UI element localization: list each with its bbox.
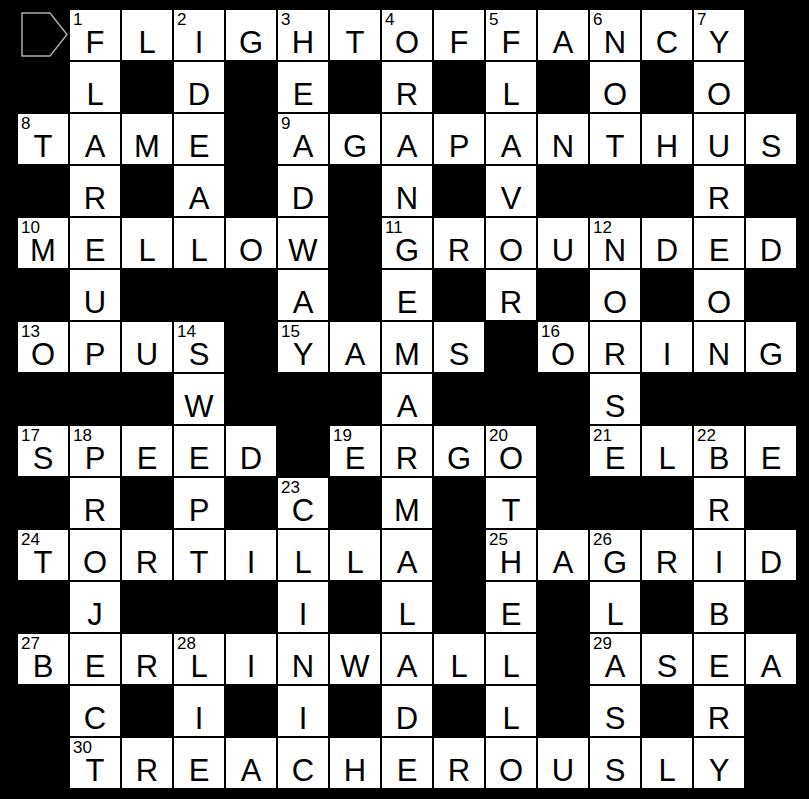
- cell-r10c5[interactable]: L: [278, 530, 328, 580]
- cell-letter: S: [642, 651, 692, 682]
- cell-r9c2: [122, 478, 172, 528]
- cell-letter: O: [694, 79, 744, 110]
- cell-r5c8: [434, 270, 484, 320]
- cell-letter: A: [226, 755, 276, 786]
- cell-letter: E: [694, 651, 744, 682]
- cell-r12c2[interactable]: R: [122, 634, 172, 684]
- cell-r0c10[interactable]: A: [538, 10, 588, 60]
- cell-r10c7[interactable]: A: [382, 530, 432, 580]
- cell-r6c12[interactable]: I: [642, 322, 692, 372]
- cell-r11c4: [226, 582, 276, 632]
- cell-letter: S: [746, 131, 796, 162]
- cell-r14c5[interactable]: C: [278, 738, 328, 788]
- cell-r1c7[interactable]: R: [382, 62, 432, 112]
- cell-letter: U: [538, 235, 588, 266]
- cell-letter: D: [382, 703, 432, 734]
- cell-r10c4[interactable]: I: [226, 530, 276, 580]
- cell-r10c14[interactable]: D: [746, 530, 796, 580]
- cell-letter: G: [226, 27, 276, 58]
- cell-letter: E: [486, 599, 536, 630]
- cell-r8c7[interactable]: R: [382, 426, 432, 476]
- cell-r10c12[interactable]: R: [642, 530, 692, 580]
- cell-letter: A: [590, 651, 640, 682]
- cell-r10c1[interactable]: O: [70, 530, 120, 580]
- cell-letter: R: [694, 703, 744, 734]
- cell-letter: N: [382, 183, 432, 214]
- cell-r9c9[interactable]: T: [486, 478, 536, 528]
- cell-r6c10[interactable]: 16O: [538, 322, 588, 372]
- clue-number-8: 8: [21, 115, 30, 132]
- cell-r14c12[interactable]: L: [642, 738, 692, 788]
- cell-r3c8: [434, 166, 484, 216]
- cell-r11c1[interactable]: J: [70, 582, 120, 632]
- cell-r11c2: [122, 582, 172, 632]
- cell-r14c7[interactable]: E: [382, 738, 432, 788]
- cell-r13c7[interactable]: D: [382, 686, 432, 736]
- cell-r10c0[interactable]: 24T: [18, 530, 68, 580]
- cell-r7c10: [538, 374, 588, 424]
- cell-letter: A: [70, 131, 120, 162]
- cell-r13c14: [746, 686, 796, 736]
- cell-r13c10: [538, 686, 588, 736]
- cell-letter: W: [278, 235, 328, 266]
- cell-r12c0[interactable]: 27B: [18, 634, 68, 684]
- cell-r5c9[interactable]: R: [486, 270, 536, 320]
- cell-r3c0: [18, 166, 68, 216]
- cell-r8c2[interactable]: E: [122, 426, 172, 476]
- cell-r8c10: [538, 426, 588, 476]
- cell-r4c12[interactable]: D: [642, 218, 692, 268]
- cell-r11c7[interactable]: L: [382, 582, 432, 632]
- cell-letter: U: [538, 755, 588, 786]
- cell-r7c9: [486, 374, 536, 424]
- cell-r4c10[interactable]: U: [538, 218, 588, 268]
- cell-r12c1[interactable]: E: [70, 634, 120, 684]
- cell-letter: S: [590, 703, 640, 734]
- cell-r1c1[interactable]: L: [70, 62, 120, 112]
- cell-letter: A: [330, 339, 380, 370]
- cell-letter: O: [486, 235, 536, 266]
- cell-r4c1[interactable]: E: [70, 218, 120, 268]
- cell-r13c9[interactable]: L: [486, 686, 536, 736]
- cell-r13c6: [330, 686, 380, 736]
- cell-letter: Y: [694, 27, 744, 58]
- cell-r5c14: [746, 270, 796, 320]
- cell-letter: T: [486, 495, 536, 526]
- cell-r10c2[interactable]: R: [122, 530, 172, 580]
- crossword-board: 1FL2IG3HT4OF5FA6NC7YLDERLOO8TAME9AGAPANT…: [0, 0, 809, 799]
- cell-r3c7[interactable]: N: [382, 166, 432, 216]
- cell-r8c3[interactable]: E: [174, 426, 224, 476]
- cell-letter: E: [746, 443, 796, 474]
- cell-r6c1[interactable]: P: [70, 322, 120, 372]
- cell-letter: R: [486, 287, 536, 318]
- cell-letter: D: [746, 235, 796, 266]
- cell-letter: A: [174, 183, 224, 214]
- cell-r2c0[interactable]: 8T: [18, 114, 68, 164]
- cell-letter: M: [382, 495, 432, 526]
- cell-letter: F: [70, 27, 120, 58]
- cell-r14c3[interactable]: E: [174, 738, 224, 788]
- cell-letter: R: [382, 79, 432, 110]
- cell-r2c1[interactable]: A: [70, 114, 120, 164]
- cell-r4c0[interactable]: 10M: [18, 218, 68, 268]
- cell-letter: V: [486, 183, 536, 214]
- cell-r2c5[interactable]: 9A: [278, 114, 328, 164]
- cell-r5c3: [174, 270, 224, 320]
- cell-letter: R: [382, 443, 432, 474]
- cell-r6c7[interactable]: M: [382, 322, 432, 372]
- cell-r14c0: [18, 738, 68, 788]
- cell-r13c5[interactable]: I: [278, 686, 328, 736]
- cell-letter: E: [694, 235, 744, 266]
- cell-letter: Y: [278, 339, 328, 370]
- cell-r0c5[interactable]: 3H: [278, 10, 328, 60]
- cell-r8c12[interactable]: L: [642, 426, 692, 476]
- cell-letter: R: [122, 651, 172, 682]
- cell-letter: R: [122, 547, 172, 578]
- cell-letter: E: [122, 443, 172, 474]
- cell-r4c4[interactable]: O: [226, 218, 276, 268]
- cell-r5c5[interactable]: A: [278, 270, 328, 320]
- cell-r10c9[interactable]: 25H: [486, 530, 536, 580]
- cell-r8c4[interactable]: D: [226, 426, 276, 476]
- cell-r11c13[interactable]: B: [694, 582, 744, 632]
- cell-letter: G: [330, 131, 380, 162]
- cell-r2c7[interactable]: A: [382, 114, 432, 164]
- cell-r0c12[interactable]: C: [642, 10, 692, 60]
- cell-r14c11[interactable]: S: [590, 738, 640, 788]
- cell-r1c8: [434, 62, 484, 112]
- cell-r0c7[interactable]: 4O: [382, 10, 432, 60]
- cell-r11c3: [174, 582, 224, 632]
- cell-letter: O: [694, 287, 744, 318]
- pentagon-cursor-icon: [21, 12, 68, 57]
- cell-r2c8[interactable]: P: [434, 114, 484, 164]
- cell-letter: P: [70, 443, 120, 474]
- cell-r12c4[interactable]: I: [226, 634, 276, 684]
- cell-r11c8: [434, 582, 484, 632]
- cell-r7c12: [642, 374, 692, 424]
- cell-r6c4: [226, 322, 276, 372]
- cell-r12c9[interactable]: L: [486, 634, 536, 684]
- cell-letter: B: [694, 599, 744, 630]
- cell-letter: D: [226, 443, 276, 474]
- cell-r7c11[interactable]: S: [590, 374, 640, 424]
- cell-letter: S: [174, 339, 224, 370]
- cell-r10c8: [434, 530, 484, 580]
- cell-r13c13[interactable]: R: [694, 686, 744, 736]
- cell-letter: T: [590, 131, 640, 162]
- cell-letter: D: [278, 183, 328, 214]
- cell-r2c11[interactable]: T: [590, 114, 640, 164]
- cell-r9c3[interactable]: P: [174, 478, 224, 528]
- cell-r1c13[interactable]: O: [694, 62, 744, 112]
- cell-r14c6[interactable]: H: [330, 738, 380, 788]
- cell-r14c14: [746, 738, 796, 788]
- cell-r5c13[interactable]: O: [694, 270, 744, 320]
- cell-r4c3[interactable]: L: [174, 218, 224, 268]
- cell-r9c0: [18, 478, 68, 528]
- cell-r14c1[interactable]: 30T: [70, 738, 120, 788]
- cell-letter: S: [590, 755, 640, 786]
- cell-letter: L: [642, 443, 692, 474]
- cell-letter: A: [382, 131, 432, 162]
- cell-r12c3[interactable]: 28L: [174, 634, 224, 684]
- cell-letter: B: [694, 443, 744, 474]
- cell-letter: H: [330, 755, 380, 786]
- cell-r3c12: [642, 166, 692, 216]
- cell-r9c5[interactable]: 23C: [278, 478, 328, 528]
- cell-r6c5[interactable]: 15Y: [278, 322, 328, 372]
- cell-r12c14[interactable]: A: [746, 634, 796, 684]
- cell-r13c1[interactable]: C: [70, 686, 120, 736]
- cell-r13c11[interactable]: S: [590, 686, 640, 736]
- cell-letter: A: [538, 27, 588, 58]
- cell-letter: S: [18, 443, 68, 474]
- cell-r2c14[interactable]: S: [746, 114, 796, 164]
- cell-r11c9[interactable]: E: [486, 582, 536, 632]
- cell-r10c10[interactable]: A: [538, 530, 588, 580]
- cell-r8c13[interactable]: 22B: [694, 426, 744, 476]
- cell-letter: R: [434, 235, 484, 266]
- cell-r2c6[interactable]: G: [330, 114, 380, 164]
- cell-letter: R: [122, 755, 172, 786]
- clue-number-6: 6: [593, 11, 602, 28]
- cell-r4c2[interactable]: L: [122, 218, 172, 268]
- cell-letter: I: [226, 547, 276, 578]
- cell-r11c12: [642, 582, 692, 632]
- cell-r0c1[interactable]: 1F: [70, 10, 120, 60]
- cell-r9c7[interactable]: M: [382, 478, 432, 528]
- cell-letter: L: [382, 599, 432, 630]
- cell-r13c8: [434, 686, 484, 736]
- cell-r0c4[interactable]: G: [226, 10, 276, 60]
- cell-letter: G: [590, 547, 640, 578]
- cell-r8c0[interactable]: 17S: [18, 426, 68, 476]
- cell-r9c10: [538, 478, 588, 528]
- cell-letter: E: [278, 79, 328, 110]
- cell-r0c13[interactable]: 7Y: [694, 10, 744, 60]
- cell-r11c5[interactable]: I: [278, 582, 328, 632]
- cell-r1c5[interactable]: E: [278, 62, 328, 112]
- cell-r3c4: [226, 166, 276, 216]
- cell-r6c6[interactable]: A: [330, 322, 380, 372]
- cell-letter: E: [174, 755, 224, 786]
- clue-number-3: 3: [281, 11, 290, 28]
- cell-letter: A: [486, 131, 536, 162]
- cell-r11c11[interactable]: L: [590, 582, 640, 632]
- cell-r13c3[interactable]: I: [174, 686, 224, 736]
- cell-r4c13[interactable]: E: [694, 218, 744, 268]
- cell-letter: L: [278, 547, 328, 578]
- cell-r9c11: [590, 478, 640, 528]
- cell-letter: F: [486, 27, 536, 58]
- cell-r9c4: [226, 478, 276, 528]
- cell-letter: T: [174, 547, 224, 578]
- cell-r8c6[interactable]: 19E: [330, 426, 380, 476]
- cell-r10c6[interactable]: L: [330, 530, 380, 580]
- cell-r10c3[interactable]: T: [174, 530, 224, 580]
- cell-letter: R: [434, 755, 484, 786]
- cell-letter: I: [174, 703, 224, 734]
- cell-r10c11[interactable]: 26G: [590, 530, 640, 580]
- cell-letter: N: [278, 651, 328, 682]
- cell-r4c14[interactable]: D: [746, 218, 796, 268]
- cell-letter: L: [70, 79, 120, 110]
- cell-r8c9[interactable]: 20O: [486, 426, 536, 476]
- cell-r13c0: [18, 686, 68, 736]
- cell-r12c6[interactable]: W: [330, 634, 380, 684]
- cell-r9c1[interactable]: R: [70, 478, 120, 528]
- cell-r1c9[interactable]: L: [486, 62, 536, 112]
- cell-r2c13[interactable]: U: [694, 114, 744, 164]
- crossword-grid: 1FL2IG3HT4OF5FA6NC7YLDERLOO8TAME9AGAPANT…: [18, 10, 796, 788]
- cell-letter: O: [382, 27, 432, 58]
- cell-r13c12: [642, 686, 692, 736]
- cell-letter: O: [486, 443, 536, 474]
- cell-r9c8: [434, 478, 484, 528]
- cell-r0c9[interactable]: 5F: [486, 10, 536, 60]
- cell-r7c0: [18, 374, 68, 424]
- cell-r3c14: [746, 166, 796, 216]
- cell-r7c5: [278, 374, 328, 424]
- cell-r8c1[interactable]: 18P: [70, 426, 120, 476]
- cell-r3c3[interactable]: A: [174, 166, 224, 216]
- cell-r6c0[interactable]: 13O: [18, 322, 68, 372]
- cell-r5c2: [122, 270, 172, 320]
- cell-r5c7[interactable]: E: [382, 270, 432, 320]
- cell-r2c9[interactable]: A: [486, 114, 536, 164]
- cell-r12c11[interactable]: 29A: [590, 634, 640, 684]
- cell-letter: M: [18, 235, 68, 266]
- cell-r1c14: [746, 62, 796, 112]
- cell-r9c14: [746, 478, 796, 528]
- cell-letter: O: [590, 79, 640, 110]
- cell-letter: I: [226, 651, 276, 682]
- cell-letter: E: [382, 755, 432, 786]
- cell-letter: H: [642, 131, 692, 162]
- cell-r8c14[interactable]: E: [746, 426, 796, 476]
- cell-r1c3[interactable]: D: [174, 62, 224, 112]
- cell-letter: S: [434, 339, 484, 370]
- cell-letter: R: [694, 183, 744, 214]
- cell-r12c8[interactable]: L: [434, 634, 484, 684]
- cell-letter: D: [746, 547, 796, 578]
- cell-letter: C: [642, 27, 692, 58]
- cell-letter: O: [70, 547, 120, 578]
- cell-r6c3[interactable]: 14S: [174, 322, 224, 372]
- cell-r6c11[interactable]: R: [590, 322, 640, 372]
- cell-r3c10: [538, 166, 588, 216]
- cell-letter: L: [486, 651, 536, 682]
- cell-letter: O: [486, 755, 536, 786]
- cell-r0c11[interactable]: 6N: [590, 10, 640, 60]
- cell-letter: R: [70, 495, 120, 526]
- cell-r8c11[interactable]: 21E: [590, 426, 640, 476]
- cell-r4c7[interactable]: 11G: [382, 218, 432, 268]
- cell-letter: A: [538, 547, 588, 578]
- cell-letter: R: [694, 495, 744, 526]
- cell-letter: L: [486, 703, 536, 734]
- cell-letter: W: [330, 651, 380, 682]
- cell-r0c6[interactable]: T: [330, 10, 380, 60]
- cell-letter: E: [70, 235, 120, 266]
- cell-r4c11[interactable]: 12N: [590, 218, 640, 268]
- cell-letter: L: [174, 235, 224, 266]
- cell-r4c8[interactable]: R: [434, 218, 484, 268]
- cell-r6c14[interactable]: G: [746, 322, 796, 372]
- cell-r9c12: [642, 478, 692, 528]
- cell-r2c10[interactable]: N: [538, 114, 588, 164]
- cell-letter: Y: [694, 755, 744, 786]
- cell-r7c8: [434, 374, 484, 424]
- cell-letter: M: [122, 131, 172, 162]
- cell-r6c8[interactable]: S: [434, 322, 484, 372]
- cell-r3c9[interactable]: V: [486, 166, 536, 216]
- cell-r14c10[interactable]: U: [538, 738, 588, 788]
- cell-r2c12[interactable]: H: [642, 114, 692, 164]
- cell-r2c2[interactable]: M: [122, 114, 172, 164]
- cell-r12c5[interactable]: N: [278, 634, 328, 684]
- clue-number-7: 7: [697, 11, 706, 28]
- cell-r0c3[interactable]: 2I: [174, 10, 224, 60]
- cell-letter: R: [642, 547, 692, 578]
- cell-letter: A: [382, 547, 432, 578]
- cell-letter: I: [278, 703, 328, 734]
- cell-r6c2[interactable]: U: [122, 322, 172, 372]
- cell-r1c2: [122, 62, 172, 112]
- cell-r9c13[interactable]: R: [694, 478, 744, 528]
- cell-r7c13: [694, 374, 744, 424]
- cell-r14c13[interactable]: Y: [694, 738, 744, 788]
- cell-r14c9[interactable]: O: [486, 738, 536, 788]
- cell-r4c9[interactable]: O: [486, 218, 536, 268]
- cell-r12c13[interactable]: E: [694, 634, 744, 684]
- cell-r12c12[interactable]: S: [642, 634, 692, 684]
- cell-r7c3[interactable]: W: [174, 374, 224, 424]
- cell-r14c2[interactable]: R: [122, 738, 172, 788]
- cell-r3c1[interactable]: R: [70, 166, 120, 216]
- cell-r7c7[interactable]: A: [382, 374, 432, 424]
- cell-r3c13[interactable]: R: [694, 166, 744, 216]
- cell-r8c8[interactable]: G: [434, 426, 484, 476]
- cell-letter: I: [694, 547, 744, 578]
- cell-r2c3[interactable]: E: [174, 114, 224, 164]
- cell-r14c8[interactable]: R: [434, 738, 484, 788]
- cell-r5c1[interactable]: U: [70, 270, 120, 320]
- cell-r10c13[interactable]: I: [694, 530, 744, 580]
- cell-r12c7[interactable]: A: [382, 634, 432, 684]
- clue-number-1: 1: [73, 11, 82, 28]
- cell-r5c11[interactable]: O: [590, 270, 640, 320]
- cell-letter: F: [434, 27, 484, 58]
- cell-r6c13[interactable]: N: [694, 322, 744, 372]
- cell-r11c6: [330, 582, 380, 632]
- cell-r0c8[interactable]: F: [434, 10, 484, 60]
- cell-letter: R: [70, 183, 120, 214]
- cell-r1c11[interactable]: O: [590, 62, 640, 112]
- cell-letter: L: [330, 547, 380, 578]
- cell-r3c5[interactable]: D: [278, 166, 328, 216]
- cell-r11c0: [18, 582, 68, 632]
- cell-r4c5[interactable]: W: [278, 218, 328, 268]
- cell-letter: C: [278, 495, 328, 526]
- cell-letter: L: [122, 27, 172, 58]
- cell-r0c2[interactable]: L: [122, 10, 172, 60]
- cell-letter: U: [70, 287, 120, 318]
- cell-r14c4[interactable]: A: [226, 738, 276, 788]
